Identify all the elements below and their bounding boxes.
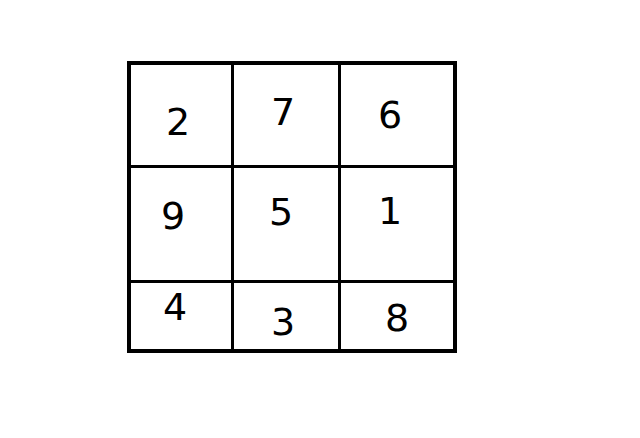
cell-value: 1: [378, 192, 402, 230]
cell-r2c2: 5: [234, 168, 338, 280]
cell-r3c2: 3: [234, 283, 338, 349]
cell-value: 6: [378, 96, 402, 134]
cell-r3c3: 8: [341, 283, 453, 349]
page: 2 7 6 9 5 1 4 3 8: [0, 0, 640, 438]
cell-r3c1: 4: [131, 283, 231, 349]
cell-value: 2: [166, 103, 190, 141]
cell-r2c3: 1: [341, 168, 453, 280]
cell-value: 9: [161, 197, 185, 235]
cell-r2c1: 9: [131, 168, 231, 280]
cell-r1c2: 7: [234, 65, 338, 165]
cell-value: 8: [385, 299, 409, 337]
cell-r1c1: 2: [131, 65, 231, 165]
cell-value: 7: [271, 93, 295, 131]
cell-value: 3: [271, 303, 295, 341]
cell-value: 5: [269, 193, 293, 231]
magic-square-board: 2 7 6 9 5 1 4 3 8: [127, 61, 457, 353]
cell-r1c3: 6: [341, 65, 453, 165]
cell-value: 4: [163, 288, 187, 326]
